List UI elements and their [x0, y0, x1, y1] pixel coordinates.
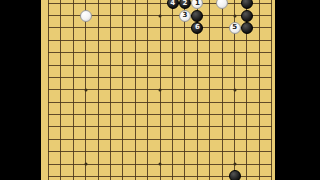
stone-white-Q15: 5: [229, 22, 241, 34]
star-point: [159, 88, 162, 91]
star-point: [233, 14, 236, 17]
go-board[interactable]: 135426: [41, 0, 275, 180]
stone-black-Q3: [229, 170, 241, 180]
star-point: [159, 14, 162, 17]
video-frame: 135426: [0, 0, 320, 180]
star-point: [233, 162, 236, 165]
stone-white-D16: [80, 10, 92, 22]
stone-white-M16: 3: [179, 10, 191, 22]
move-number: 6: [195, 24, 200, 31]
letterbox-bar-left: [0, 0, 41, 180]
move-number: 2: [183, 0, 188, 7]
move-number: 3: [183, 12, 188, 19]
star-point: [84, 162, 87, 165]
letterbox-bar-right: [275, 0, 320, 180]
move-number: 5: [232, 24, 237, 31]
stone-black-R16: [241, 10, 253, 22]
stone-black-N15: 6: [191, 22, 203, 34]
move-number: 4: [170, 0, 175, 7]
star-point: [159, 162, 162, 165]
star-point: [233, 88, 236, 91]
star-point: [84, 88, 87, 91]
stone-black-N16: [191, 10, 203, 22]
stone-black-R15: [241, 22, 253, 34]
move-number: 1: [195, 0, 200, 7]
